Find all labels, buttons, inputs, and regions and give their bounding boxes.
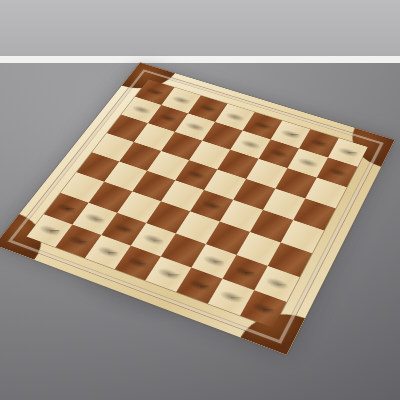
piece-glyph: ♟: [266, 129, 291, 157]
pieces-layer: ♜♞♝♛♚♝♞♜♟♟♟♟♟♟♟♟♟♟♟♟♟♟♟♟♜♞♝♛♚♝♞♜: [27, 79, 368, 327]
piece-glyph: ♟: [156, 94, 180, 121]
piece-glyph: ♟: [295, 138, 320, 166]
perspective-wrapper: ♜♞♝♛♚♝♞♜♟♟♟♟♟♟♟♟♟♟♟♟♟♟♟♟♜♞♝♛♚♝♞♜: [0, 0, 400, 400]
chess-board: ♜♞♝♛♚♝♞♜♟♟♟♟♟♟♟♟♟♟♟♟♟♟♟♟♜♞♝♛♚♝♞♜: [0, 63, 395, 355]
piece-glyph: ♟: [129, 86, 153, 113]
chess-set-photo: ♜♞♝♛♚♝♞♜♟♟♟♟♟♟♟♟♟♟♟♟♟♟♟♟♜♞♝♛♚♝♞♜: [0, 0, 400, 400]
piece-glyph: ♞: [213, 261, 249, 302]
piece-glyph: ♟: [199, 180, 225, 209]
piece-glyph: ♟: [324, 147, 350, 176]
piece-glyph: ♟: [184, 150, 210, 179]
piece-glyph: ♜: [247, 277, 280, 313]
piece-glyph: ♟: [183, 103, 208, 130]
piece-glyph: ♟: [238, 120, 263, 148]
